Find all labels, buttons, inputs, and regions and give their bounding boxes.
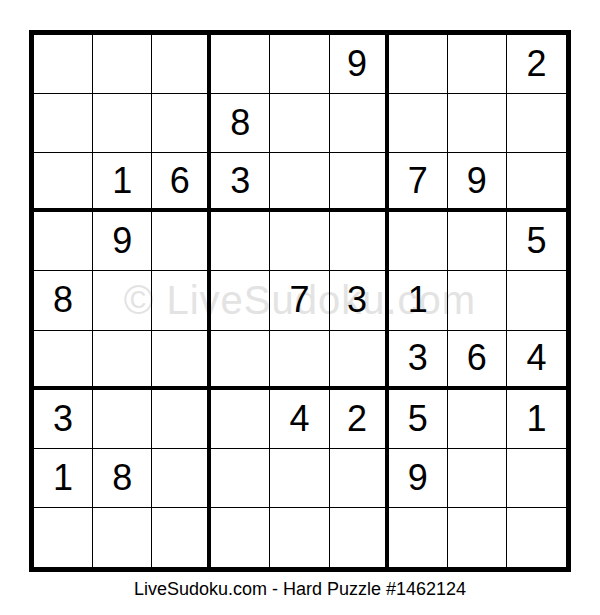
cell-r3c2[interactable]: 1 — [93, 153, 152, 212]
cell-r2c6[interactable] — [330, 94, 389, 153]
cell-r5c8[interactable] — [448, 271, 507, 330]
cell-r2c3[interactable] — [152, 94, 211, 153]
cell-r7c2[interactable] — [93, 390, 152, 449]
cell-r4c8[interactable] — [448, 212, 507, 271]
cell-r9c8[interactable] — [448, 508, 507, 567]
cell-r3c3[interactable]: 6 — [152, 153, 211, 212]
cell-r1c6[interactable]: 9 — [330, 35, 389, 94]
cell-r3c8[interactable]: 9 — [448, 153, 507, 212]
cell-r8c5[interactable] — [270, 449, 329, 508]
cell-r1c8[interactable] — [448, 35, 507, 94]
cell-r4c1[interactable] — [34, 212, 93, 271]
cell-r2c7[interactable] — [389, 94, 448, 153]
cell-r4c7[interactable] — [389, 212, 448, 271]
cell-r6c7[interactable]: 3 — [389, 331, 448, 390]
cell-r1c9[interactable]: 2 — [507, 35, 566, 94]
cell-r9c9[interactable] — [507, 508, 566, 567]
cell-r2c8[interactable] — [448, 94, 507, 153]
cell-r2c5[interactable] — [270, 94, 329, 153]
cell-r7c3[interactable] — [152, 390, 211, 449]
cell-r7c1[interactable]: 3 — [34, 390, 93, 449]
cell-r1c5[interactable] — [270, 35, 329, 94]
cell-r8c9[interactable] — [507, 449, 566, 508]
cell-r7c7[interactable]: 5 — [389, 390, 448, 449]
cell-r1c2[interactable] — [93, 35, 152, 94]
cell-r6c9[interactable]: 4 — [507, 331, 566, 390]
cell-r9c2[interactable] — [93, 508, 152, 567]
cell-r4c3[interactable] — [152, 212, 211, 271]
cell-r5c7[interactable]: 1 — [389, 271, 448, 330]
cell-r9c1[interactable] — [34, 508, 93, 567]
cell-r6c1[interactable] — [34, 331, 93, 390]
cell-r5c2[interactable] — [93, 271, 152, 330]
cell-r6c4[interactable] — [211, 331, 270, 390]
cell-r6c3[interactable] — [152, 331, 211, 390]
cell-r8c7[interactable]: 9 — [389, 449, 448, 508]
cell-r8c2[interactable]: 8 — [93, 449, 152, 508]
cell-r1c7[interactable] — [389, 35, 448, 94]
cell-r8c8[interactable] — [448, 449, 507, 508]
cell-r7c5[interactable]: 4 — [270, 390, 329, 449]
cell-r7c4[interactable] — [211, 390, 270, 449]
cell-r4c5[interactable] — [270, 212, 329, 271]
cell-r1c4[interactable] — [211, 35, 270, 94]
cell-r5c1[interactable]: 8 — [34, 271, 93, 330]
cell-r8c6[interactable] — [330, 449, 389, 508]
cell-r2c4[interactable]: 8 — [211, 94, 270, 153]
cell-r1c3[interactable] — [152, 35, 211, 94]
cell-r3c9[interactable] — [507, 153, 566, 212]
cell-r4c4[interactable] — [211, 212, 270, 271]
sudoku-page: © LiveSudoku.com 92816379958731364342511… — [0, 0, 600, 615]
cell-r6c6[interactable] — [330, 331, 389, 390]
cell-r5c9[interactable] — [507, 271, 566, 330]
cell-r9c7[interactable] — [389, 508, 448, 567]
cell-r1c1[interactable] — [34, 35, 93, 94]
cell-r9c4[interactable] — [211, 508, 270, 567]
cell-r8c4[interactable] — [211, 449, 270, 508]
cell-r3c5[interactable] — [270, 153, 329, 212]
cell-r6c8[interactable]: 6 — [448, 331, 507, 390]
cell-r6c5[interactable] — [270, 331, 329, 390]
cell-r4c2[interactable]: 9 — [93, 212, 152, 271]
cell-r8c3[interactable] — [152, 449, 211, 508]
puzzle-caption: LiveSudoku.com - Hard Puzzle #1462124 — [0, 579, 600, 600]
cell-r9c3[interactable] — [152, 508, 211, 567]
cell-r7c8[interactable] — [448, 390, 507, 449]
cell-r9c6[interactable] — [330, 508, 389, 567]
cell-r9c5[interactable] — [270, 508, 329, 567]
cell-r2c2[interactable] — [93, 94, 152, 153]
cell-r3c4[interactable]: 3 — [211, 153, 270, 212]
cell-r3c6[interactable] — [330, 153, 389, 212]
cell-r7c6[interactable]: 2 — [330, 390, 389, 449]
cell-r8c1[interactable]: 1 — [34, 449, 93, 508]
cell-r5c4[interactable] — [211, 271, 270, 330]
cell-r5c3[interactable] — [152, 271, 211, 330]
cell-r6c2[interactable] — [93, 331, 152, 390]
cell-r5c5[interactable]: 7 — [270, 271, 329, 330]
cell-r4c6[interactable] — [330, 212, 389, 271]
cell-r4c9[interactable]: 5 — [507, 212, 566, 271]
cell-r3c1[interactable] — [34, 153, 93, 212]
sudoku-board: © LiveSudoku.com 92816379958731364342511… — [29, 30, 571, 572]
cell-r2c1[interactable] — [34, 94, 93, 153]
cell-r7c9[interactable]: 1 — [507, 390, 566, 449]
cell-r5c6[interactable]: 3 — [330, 271, 389, 330]
cell-r2c9[interactable] — [507, 94, 566, 153]
cell-r3c7[interactable]: 7 — [389, 153, 448, 212]
